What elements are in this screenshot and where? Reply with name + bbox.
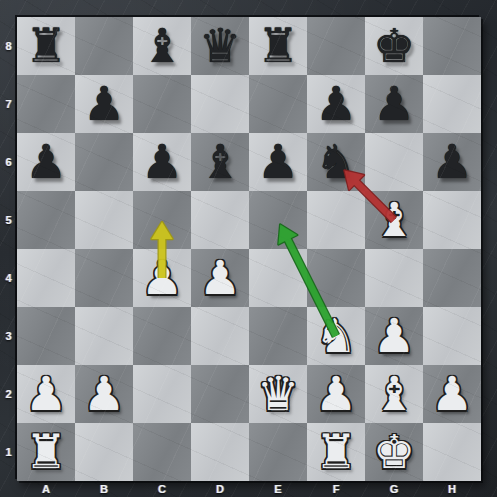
- square-g3[interactable]: ♟: [365, 307, 423, 365]
- square-d5[interactable]: [191, 191, 249, 249]
- piece-white-bishop-g2[interactable]: ♝: [365, 365, 423, 423]
- square-d4[interactable]: ♟: [191, 249, 249, 307]
- square-g2[interactable]: ♝: [365, 365, 423, 423]
- square-c1[interactable]: [133, 423, 191, 481]
- square-f7[interactable]: ♟: [307, 75, 365, 133]
- piece-white-king-g1[interactable]: ♚: [365, 423, 423, 481]
- square-e1[interactable]: [249, 423, 307, 481]
- square-g7[interactable]: ♟: [365, 75, 423, 133]
- piece-black-bishop-d6[interactable]: ♝: [191, 133, 249, 191]
- file-label-g: G: [365, 481, 423, 497]
- rank-label-2: 2: [0, 365, 17, 423]
- square-c6[interactable]: ♟: [133, 133, 191, 191]
- square-a1[interactable]: ♜: [17, 423, 75, 481]
- square-b4[interactable]: [75, 249, 133, 307]
- square-h7[interactable]: [423, 75, 481, 133]
- square-e4[interactable]: [249, 249, 307, 307]
- piece-white-pawn-d4[interactable]: ♟: [191, 249, 249, 307]
- square-b3[interactable]: [75, 307, 133, 365]
- file-label-d: D: [191, 481, 249, 497]
- piece-white-rook-f1[interactable]: ♜: [307, 423, 365, 481]
- piece-white-pawn-a2[interactable]: ♟: [17, 365, 75, 423]
- rank-label-3: 3: [0, 307, 17, 365]
- piece-black-pawn-h6[interactable]: ♟: [423, 133, 481, 191]
- square-f1[interactable]: ♜: [307, 423, 365, 481]
- rank-label-5: 5: [0, 191, 17, 249]
- square-h4[interactable]: [423, 249, 481, 307]
- square-g4[interactable]: [365, 249, 423, 307]
- piece-white-knight-f3[interactable]: ♞: [307, 307, 365, 365]
- piece-black-pawn-g7[interactable]: ♟: [365, 75, 423, 133]
- square-a7[interactable]: [17, 75, 75, 133]
- piece-white-bishop-g5[interactable]: ♝: [365, 191, 423, 249]
- square-f5[interactable]: [307, 191, 365, 249]
- piece-black-queen-d8[interactable]: ♛: [191, 17, 249, 75]
- file-label-f: F: [307, 481, 365, 497]
- file-label-c: C: [133, 481, 191, 497]
- piece-black-pawn-e6[interactable]: ♟: [249, 133, 307, 191]
- square-e6[interactable]: ♟: [249, 133, 307, 191]
- piece-black-pawn-c6[interactable]: ♟: [133, 133, 191, 191]
- square-e5[interactable]: [249, 191, 307, 249]
- square-h5[interactable]: [423, 191, 481, 249]
- square-a8[interactable]: ♜: [17, 17, 75, 75]
- square-a3[interactable]: [17, 307, 75, 365]
- square-g1[interactable]: ♚: [365, 423, 423, 481]
- piece-black-pawn-b7[interactable]: ♟: [75, 75, 133, 133]
- piece-white-pawn-f2[interactable]: ♟: [307, 365, 365, 423]
- rank-label-4: 4: [0, 249, 17, 307]
- piece-black-knight-f6[interactable]: ♞: [307, 133, 365, 191]
- piece-black-rook-a8[interactable]: ♜: [17, 17, 75, 75]
- square-e3[interactable]: [249, 307, 307, 365]
- piece-black-pawn-a6[interactable]: ♟: [17, 133, 75, 191]
- square-b2[interactable]: ♟: [75, 365, 133, 423]
- square-a5[interactable]: [17, 191, 75, 249]
- square-c2[interactable]: [133, 365, 191, 423]
- piece-black-king-g8[interactable]: ♚: [365, 17, 423, 75]
- square-a4[interactable]: [17, 249, 75, 307]
- file-label-h: H: [423, 481, 481, 497]
- square-f8[interactable]: [307, 17, 365, 75]
- square-f4[interactable]: [307, 249, 365, 307]
- square-c5[interactable]: [133, 191, 191, 249]
- rank-label-8: 8: [0, 17, 17, 75]
- square-h6[interactable]: ♟: [423, 133, 481, 191]
- piece-white-pawn-b2[interactable]: ♟: [75, 365, 133, 423]
- piece-black-rook-e8[interactable]: ♜: [249, 17, 307, 75]
- square-g5[interactable]: ♝: [365, 191, 423, 249]
- square-c4[interactable]: ♟: [133, 249, 191, 307]
- square-h3[interactable]: [423, 307, 481, 365]
- piece-white-pawn-h2[interactable]: ♟: [423, 365, 481, 423]
- piece-black-pawn-f7[interactable]: ♟: [307, 75, 365, 133]
- file-label-a: A: [17, 481, 75, 497]
- square-a2[interactable]: ♟: [17, 365, 75, 423]
- square-c7[interactable]: [133, 75, 191, 133]
- piece-white-rook-a1[interactable]: ♜: [17, 423, 75, 481]
- square-d2[interactable]: [191, 365, 249, 423]
- square-b8[interactable]: [75, 17, 133, 75]
- square-h2[interactable]: ♟: [423, 365, 481, 423]
- square-d3[interactable]: [191, 307, 249, 365]
- square-c8[interactable]: ♝: [133, 17, 191, 75]
- chess-board: ♜♝♛♜♚♟♟♟♟♟♝♟♞♟♝♟♟♞♟♟♟♛♟♝♟♜♜♚: [17, 17, 481, 481]
- square-e2[interactable]: ♛: [249, 365, 307, 423]
- square-e8[interactable]: ♜: [249, 17, 307, 75]
- square-h1[interactable]: [423, 423, 481, 481]
- rank-label-1: 1: [0, 423, 17, 481]
- square-b5[interactable]: [75, 191, 133, 249]
- square-b6[interactable]: [75, 133, 133, 191]
- rank-label-6: 6: [0, 133, 17, 191]
- square-h8[interactable]: [423, 17, 481, 75]
- square-g6[interactable]: [365, 133, 423, 191]
- piece-white-queen-e2[interactable]: ♛: [249, 365, 307, 423]
- square-d1[interactable]: [191, 423, 249, 481]
- square-g8[interactable]: ♚: [365, 17, 423, 75]
- piece-white-pawn-g3[interactable]: ♟: [365, 307, 423, 365]
- square-a6[interactable]: ♟: [17, 133, 75, 191]
- file-label-e: E: [249, 481, 307, 497]
- rank-label-7: 7: [0, 75, 17, 133]
- piece-white-pawn-c4[interactable]: ♟: [133, 249, 191, 307]
- square-f2[interactable]: ♟: [307, 365, 365, 423]
- piece-black-bishop-c8[interactable]: ♝: [133, 17, 191, 75]
- file-label-b: B: [75, 481, 133, 497]
- square-f6[interactable]: ♞: [307, 133, 365, 191]
- chess-board-window: ♜♝♛♜♚♟♟♟♟♟♝♟♞♟♝♟♟♞♟♟♟♛♟♝♟♜♜♚ 87654321 AB…: [0, 0, 497, 497]
- square-d6[interactable]: ♝: [191, 133, 249, 191]
- square-b1[interactable]: [75, 423, 133, 481]
- square-d7[interactable]: [191, 75, 249, 133]
- square-f3[interactable]: ♞: [307, 307, 365, 365]
- square-d8[interactable]: ♛: [191, 17, 249, 75]
- square-e7[interactable]: [249, 75, 307, 133]
- square-c3[interactable]: [133, 307, 191, 365]
- square-b7[interactable]: ♟: [75, 75, 133, 133]
